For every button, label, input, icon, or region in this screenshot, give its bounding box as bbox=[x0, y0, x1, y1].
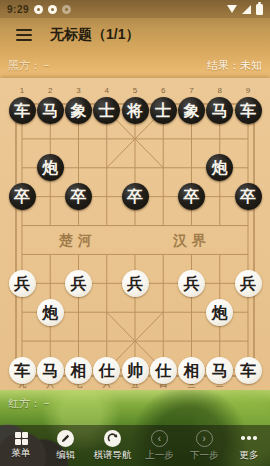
toolbar-label: 菜单 bbox=[12, 447, 31, 460]
toolbar-label: 棋谱导航 bbox=[94, 449, 132, 462]
piece-red-兵[interactable]: 兵 bbox=[122, 270, 149, 297]
navigation-redo-icon bbox=[104, 430, 121, 447]
board-col-label-top: 9 bbox=[239, 86, 257, 95]
piece-black-士[interactable]: 士 bbox=[150, 97, 177, 124]
board-col-label-top: 4 bbox=[98, 86, 116, 95]
page-title: 无标题（1/1） bbox=[50, 26, 139, 44]
toolbar-label: 上一步 bbox=[145, 449, 174, 462]
board-col-label-top: 6 bbox=[154, 86, 172, 95]
wifi-icon bbox=[227, 5, 237, 13]
menu-grid-icon bbox=[15, 432, 28, 445]
toolbar-item-next-step[interactable]: › 下一步 bbox=[187, 430, 221, 462]
river-text-right: 汉界 bbox=[160, 232, 224, 250]
board-col-label-top: 5 bbox=[126, 86, 144, 95]
piece-red-车[interactable]: 车 bbox=[235, 357, 262, 384]
piece-red-仕[interactable]: 仕 bbox=[93, 357, 120, 384]
piece-red-相[interactable]: 相 bbox=[65, 357, 92, 384]
piece-red-兵[interactable]: 兵 bbox=[65, 270, 92, 297]
piece-red-仕[interactable]: 仕 bbox=[150, 357, 177, 384]
app-bar: 无标题（1/1） bbox=[0, 18, 270, 52]
piece-red-车[interactable]: 车 bbox=[9, 357, 36, 384]
piece-black-象[interactable]: 象 bbox=[65, 97, 92, 124]
piece-red-炮[interactable]: 炮 bbox=[37, 299, 64, 326]
piece-black-卒[interactable]: 卒 bbox=[9, 183, 36, 210]
piece-red-相[interactable]: 相 bbox=[178, 357, 205, 384]
more-ellipsis-icon bbox=[241, 430, 257, 447]
toolbar-item-navigation[interactable]: 棋谱导航 bbox=[94, 430, 132, 462]
result-label: 结果：未知 bbox=[207, 58, 262, 73]
board-col-label-top: 8 bbox=[211, 86, 229, 95]
toolbar-label: 下一步 bbox=[190, 449, 219, 462]
toolbar-label: 更多 bbox=[239, 449, 258, 462]
board-grid bbox=[0, 78, 270, 398]
piece-red-兵[interactable]: 兵 bbox=[178, 270, 205, 297]
prev-step-icon: ‹ bbox=[151, 430, 168, 447]
player-info-row: 黑方：－ 结果：未知 bbox=[0, 58, 270, 73]
board-col-label-top: 2 bbox=[41, 86, 59, 95]
piece-black-卒[interactable]: 卒 bbox=[122, 183, 149, 210]
piece-red-炮[interactable]: 炮 bbox=[206, 299, 233, 326]
piece-black-马[interactable]: 马 bbox=[37, 97, 64, 124]
app-screen: 9:29 无标题（1/1） 黑方：－ 结果：未知 楚河 汉界 123456789… bbox=[0, 0, 270, 466]
piece-black-卒[interactable]: 卒 bbox=[235, 183, 262, 210]
river-text-left: 楚河 bbox=[46, 232, 110, 250]
toolbar-item-more[interactable]: 更多 bbox=[232, 430, 266, 462]
piece-red-马[interactable]: 马 bbox=[206, 357, 233, 384]
piece-black-炮[interactable]: 炮 bbox=[37, 154, 64, 181]
piece-red-兵[interactable]: 兵 bbox=[9, 270, 36, 297]
toolbar-item-edit[interactable]: 编辑 bbox=[49, 430, 83, 462]
black-side-label: 黑方：－ bbox=[8, 58, 52, 73]
toolbar-item-menu[interactable]: 菜单 bbox=[4, 432, 38, 460]
piece-black-士[interactable]: 士 bbox=[93, 97, 120, 124]
piece-red-帅[interactable]: 帅 bbox=[122, 357, 149, 384]
bottom-toolbar: 菜单 编辑 棋谱导航 ‹ 上一步 › 下一步 更 bbox=[0, 425, 270, 466]
toolbar-label: 编辑 bbox=[56, 449, 75, 462]
hamburger-menu-icon[interactable] bbox=[16, 29, 32, 41]
battery-icon bbox=[256, 4, 263, 15]
notification-icon bbox=[48, 5, 57, 14]
clock-time: 9:29 bbox=[7, 4, 29, 15]
piece-black-马[interactable]: 马 bbox=[206, 97, 233, 124]
piece-black-卒[interactable]: 卒 bbox=[178, 183, 205, 210]
piece-black-车[interactable]: 车 bbox=[235, 97, 262, 124]
board-col-label-top: 1 bbox=[13, 86, 31, 95]
board-col-label-top: 3 bbox=[70, 86, 88, 95]
piece-red-马[interactable]: 马 bbox=[37, 357, 64, 384]
piece-black-卒[interactable]: 卒 bbox=[65, 183, 92, 210]
red-side-label: 红方：－ bbox=[8, 396, 52, 411]
xiangqi-board[interactable]: 楚河 汉界 123456789九八七六五四三二一车马象士将士象马车炮炮卒卒卒卒卒… bbox=[0, 78, 270, 398]
piece-black-将[interactable]: 将 bbox=[122, 97, 149, 124]
cell-signal-icon bbox=[242, 5, 251, 14]
edit-pencil-icon bbox=[57, 430, 74, 447]
status-bar: 9:29 bbox=[0, 0, 270, 18]
piece-red-兵[interactable]: 兵 bbox=[235, 270, 262, 297]
next-step-icon: › bbox=[196, 430, 213, 447]
piece-black-车[interactable]: 车 bbox=[9, 97, 36, 124]
board-col-label-top: 7 bbox=[183, 86, 201, 95]
notification-icon bbox=[62, 5, 71, 14]
piece-black-象[interactable]: 象 bbox=[178, 97, 205, 124]
notification-icon bbox=[34, 5, 43, 14]
toolbar-item-prev-step[interactable]: ‹ 上一步 bbox=[142, 430, 176, 462]
